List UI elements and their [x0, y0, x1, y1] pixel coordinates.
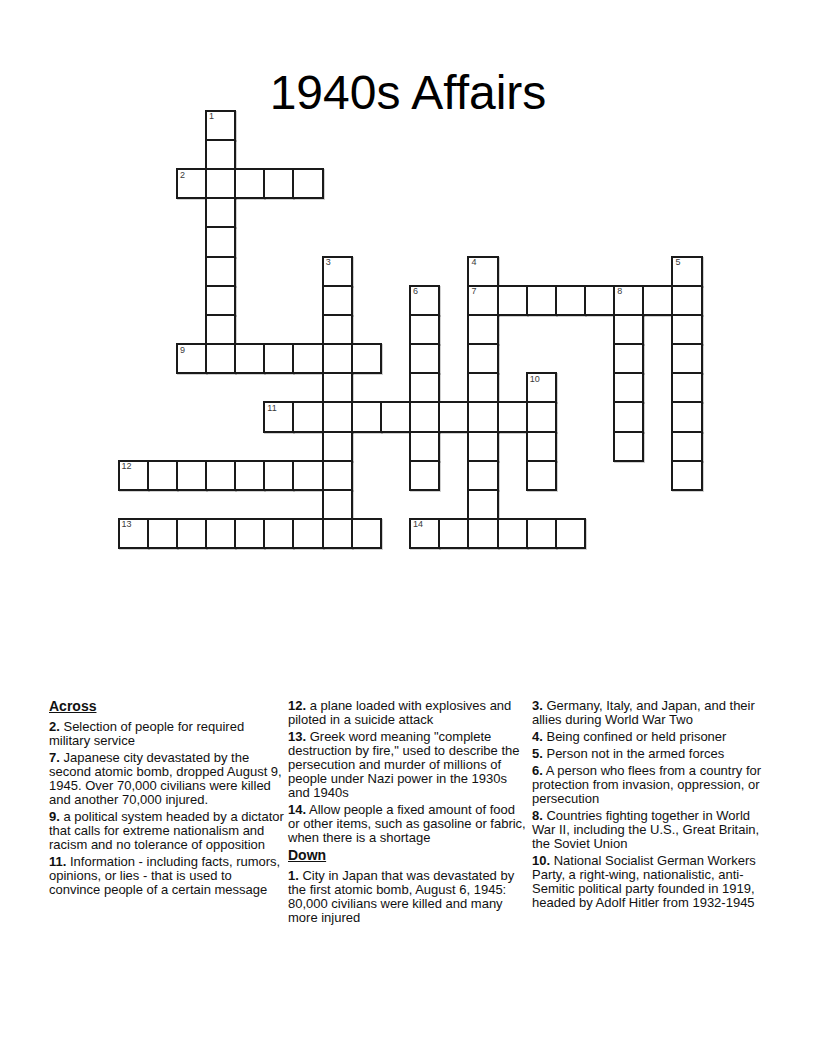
- grid-cell[interactable]: [322, 431, 353, 462]
- down-clue-1: 1. City in Japan that was devastated by …: [288, 869, 526, 925]
- grid-cell[interactable]: [234, 343, 265, 374]
- clue-number: 1: [209, 112, 214, 121]
- grid-cell[interactable]: 7: [467, 285, 498, 316]
- down-clue-10: 10. National Socialist German Workers Pa…: [532, 854, 770, 910]
- grid-cell[interactable]: [613, 314, 644, 345]
- grid-cell[interactable]: 11: [263, 401, 294, 432]
- grid-cell[interactable]: [671, 285, 702, 316]
- grid-cell[interactable]: 1: [205, 110, 236, 141]
- grid-cell[interactable]: [205, 343, 236, 374]
- grid-cell[interactable]: [497, 401, 528, 432]
- grid-cell[interactable]: [671, 343, 702, 374]
- clue-column-across: Across2. Selection of people for require…: [49, 699, 286, 900]
- clue-number: 3: [326, 258, 331, 267]
- grid-cell[interactable]: [526, 285, 557, 316]
- down-clue-3: 3. Germany, Italy, and Japan, and their …: [532, 699, 770, 727]
- grid-cell[interactable]: [613, 401, 644, 432]
- grid-cell[interactable]: [322, 372, 353, 403]
- grid-cell[interactable]: [671, 460, 702, 491]
- grid-cell[interactable]: [176, 460, 207, 491]
- clue-num-label: 2.: [49, 719, 60, 734]
- grid-cell[interactable]: [205, 226, 236, 257]
- clue-num-label: 3.: [532, 698, 543, 713]
- grid-cell[interactable]: [292, 343, 323, 374]
- grid-cell[interactable]: [147, 460, 178, 491]
- grid-cell[interactable]: [467, 518, 498, 549]
- clue-number: 14: [413, 520, 423, 529]
- grid-cell[interactable]: 10: [526, 372, 557, 403]
- grid-cell[interactable]: [497, 518, 528, 549]
- grid-cell[interactable]: [526, 460, 557, 491]
- grid-cell[interactable]: [205, 139, 236, 170]
- grid-cell[interactable]: [671, 431, 702, 462]
- grid-cell[interactable]: 14: [409, 518, 440, 549]
- clue-num-label: 12.: [288, 698, 306, 713]
- grid-cell[interactable]: 12: [118, 460, 149, 491]
- grid-cell[interactable]: [526, 401, 557, 432]
- grid-cell[interactable]: [263, 168, 294, 199]
- grid-cell[interactable]: [613, 372, 644, 403]
- grid-cell[interactable]: [671, 314, 702, 345]
- grid-cell[interactable]: [322, 489, 353, 520]
- clue-num-label: 7.: [49, 750, 60, 765]
- grid-cell[interactable]: [526, 431, 557, 462]
- crossword-grid: 1234567891011121314: [118, 110, 704, 550]
- grid-cell[interactable]: [555, 518, 586, 549]
- grid-cell[interactable]: [467, 401, 498, 432]
- grid-cell[interactable]: 8: [613, 285, 644, 316]
- grid-cell[interactable]: [613, 343, 644, 374]
- clue-num-label: 5.: [532, 746, 543, 761]
- grid-cell[interactable]: 4: [467, 256, 498, 287]
- grid-cell[interactable]: [234, 168, 265, 199]
- grid-cell[interactable]: [438, 401, 469, 432]
- grid-cell[interactable]: [263, 460, 294, 491]
- grid-cell[interactable]: 6: [409, 285, 440, 316]
- clue-num-label: 14.: [288, 802, 306, 817]
- grid-cell[interactable]: 2: [176, 168, 207, 199]
- page: { "game": "crossword", "title": "1940s A…: [0, 0, 816, 1056]
- across-header: Across: [49, 699, 286, 714]
- grid-cell[interactable]: [467, 372, 498, 403]
- down-clue-4: 4. Being confined or held prisoner: [532, 730, 770, 744]
- clue-number: 12: [122, 462, 132, 471]
- grid-cell[interactable]: [351, 401, 382, 432]
- clue-column-down: 3. Germany, Italy, and Japan, and their …: [532, 699, 770, 913]
- grid-cell[interactable]: [234, 518, 265, 549]
- grid-cell[interactable]: [467, 431, 498, 462]
- clue-num-label: 13.: [288, 729, 306, 744]
- grid-cell[interactable]: [467, 460, 498, 491]
- grid-cell[interactable]: [409, 460, 440, 491]
- grid-cell[interactable]: [584, 285, 615, 316]
- clue-number: 4: [471, 258, 476, 267]
- clue-number: 5: [675, 258, 680, 267]
- grid-cell[interactable]: [409, 343, 440, 374]
- grid-cell[interactable]: [292, 460, 323, 491]
- across-clue-12: 12. a plane loaded with explosives and p…: [288, 699, 526, 727]
- grid-cell[interactable]: [438, 518, 469, 549]
- clue-number: 8: [617, 287, 622, 296]
- grid-cell[interactable]: 13: [118, 518, 149, 549]
- grid-cell[interactable]: [322, 518, 353, 549]
- clue-num-label: 10.: [532, 853, 550, 868]
- grid-cell[interactable]: [322, 314, 353, 345]
- clue-number: 10: [530, 375, 540, 384]
- across-clue-11: 11. Information - including facts, rumor…: [49, 855, 286, 897]
- grid-cell[interactable]: [292, 168, 323, 199]
- grid-cell[interactable]: [671, 401, 702, 432]
- grid-cell[interactable]: [380, 401, 411, 432]
- down-clue-8: 8. Countries fighting together in World …: [532, 809, 770, 851]
- grid-cell[interactable]: [409, 314, 440, 345]
- grid-cell[interactable]: [292, 401, 323, 432]
- grid-cell[interactable]: [555, 285, 586, 316]
- across-clue-7: 7. Japanese city devastated by the secon…: [49, 751, 286, 807]
- grid-cell[interactable]: [671, 372, 702, 403]
- across-clue-2: 2. Selection of people for required mili…: [49, 720, 286, 748]
- grid-cell[interactable]: [467, 314, 498, 345]
- grid-cell[interactable]: [409, 401, 440, 432]
- grid-cell[interactable]: [467, 489, 498, 520]
- clue-column-middle: 12. a plane loaded with explosives and p…: [288, 699, 526, 928]
- grid-cell[interactable]: [205, 518, 236, 549]
- across-clue-14: 14. Allow people a fixed amount of food …: [288, 803, 526, 845]
- grid-cell[interactable]: [322, 460, 353, 491]
- across-clue-13: 13. Greek word meaning "complete destruc…: [288, 730, 526, 800]
- across-clue-9: 9. a political system headed by a dictat…: [49, 810, 286, 852]
- down-clue-5: 5. Person not in the armed forces: [532, 747, 770, 761]
- grid-cell[interactable]: [205, 314, 236, 345]
- grid-cell[interactable]: [292, 518, 323, 549]
- grid-cell[interactable]: [642, 285, 673, 316]
- grid-cell[interactable]: [351, 518, 382, 549]
- grid-cell[interactable]: [205, 168, 236, 199]
- down-clue-6: 6. A person who flees from a country for…: [532, 764, 770, 806]
- grid-cell[interactable]: [205, 256, 236, 287]
- grid-cell[interactable]: [263, 518, 294, 549]
- grid-cell[interactable]: [322, 401, 353, 432]
- grid-cell[interactable]: [351, 343, 382, 374]
- grid-cell[interactable]: 5: [671, 256, 702, 287]
- grid-cell[interactable]: [147, 518, 178, 549]
- grid-cell[interactable]: [205, 285, 236, 316]
- grid-cell[interactable]: [409, 372, 440, 403]
- clue-num-label: 6.: [532, 763, 543, 778]
- grid-cell[interactable]: [176, 518, 207, 549]
- grid-cell[interactable]: [234, 460, 265, 491]
- grid-cell[interactable]: [467, 343, 498, 374]
- grid-cell[interactable]: [322, 285, 353, 316]
- grid-cell[interactable]: [322, 343, 353, 374]
- clue-num-label: 9.: [49, 809, 60, 824]
- clue-number: 9: [180, 346, 185, 355]
- clue-number: 6: [413, 287, 418, 296]
- grid-cell[interactable]: [205, 197, 236, 228]
- grid-cell[interactable]: [526, 518, 557, 549]
- grid-cell[interactable]: 9: [176, 343, 207, 374]
- grid-cell[interactable]: [613, 431, 644, 462]
- clue-num-label: 4.: [532, 729, 543, 744]
- clue-number: 7: [471, 287, 476, 296]
- clue-number: 11: [267, 404, 276, 413]
- grid-cell[interactable]: [497, 285, 528, 316]
- grid-cell[interactable]: [205, 460, 236, 491]
- clue-num-label: 8.: [532, 808, 543, 823]
- clue-num-label: 1.: [288, 868, 299, 883]
- grid-cell[interactable]: [409, 431, 440, 462]
- grid-cell[interactable]: 3: [322, 256, 353, 287]
- clue-number: 13: [122, 520, 132, 529]
- grid-cell[interactable]: [263, 343, 294, 374]
- clue-number: 2: [180, 171, 185, 180]
- clue-num-label: 11.: [49, 854, 66, 869]
- down-header: Down: [288, 848, 526, 863]
